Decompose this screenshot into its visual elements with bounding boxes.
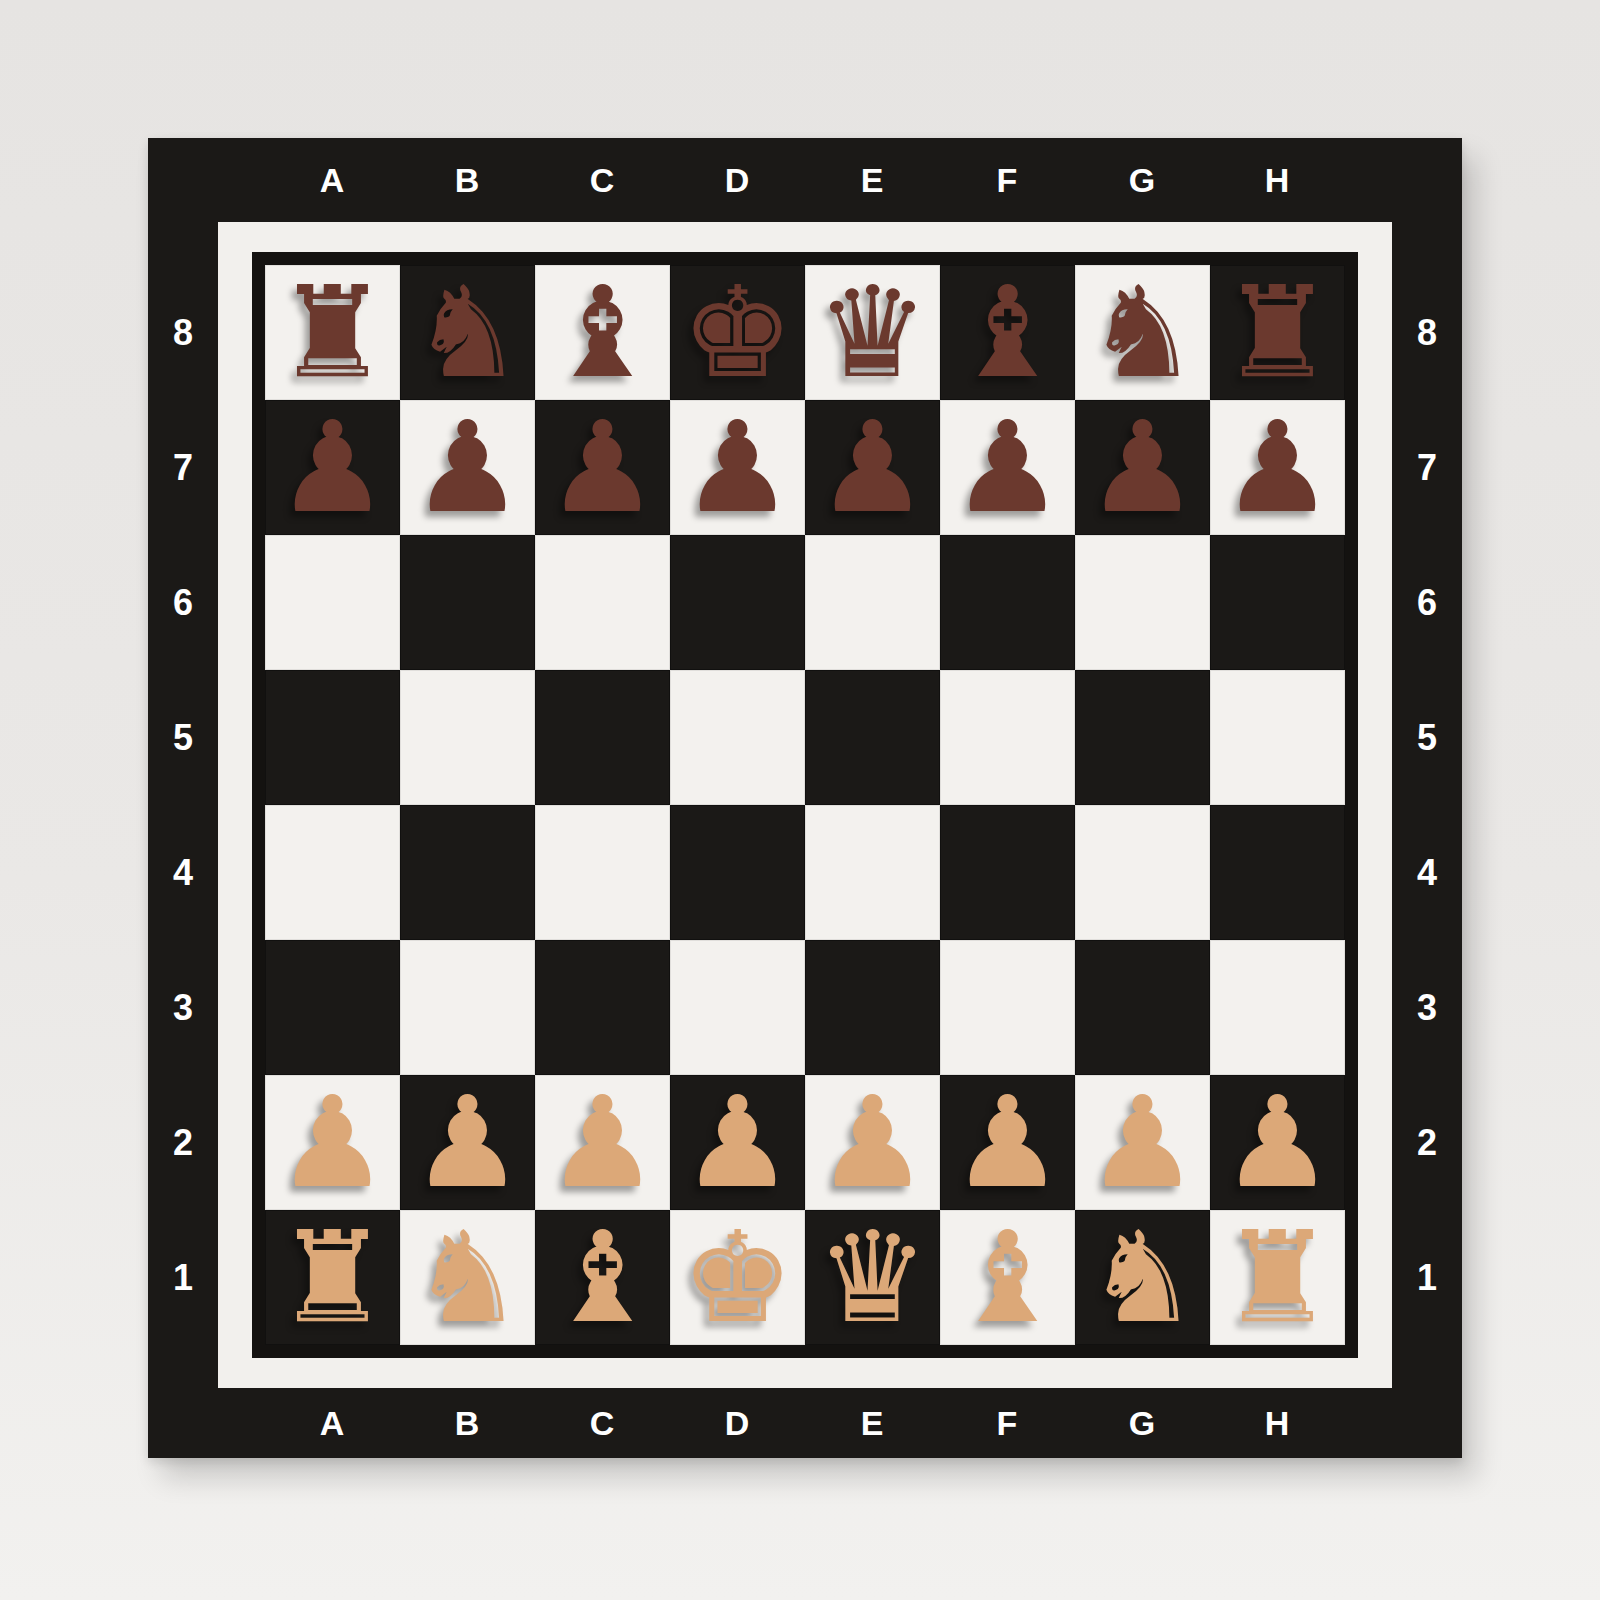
photo-backdrop: ABCDEFGH 87654321 ♜♞♝♚♛♝♞♜♟♟♟♟♟♟♟♟♟♟♟♟♟♟… <box>0 0 1600 1600</box>
square-f4 <box>940 805 1075 940</box>
square-a5 <box>265 670 400 805</box>
square-g6 <box>1075 535 1210 670</box>
white-mat-border: ♜♞♝♚♛♝♞♜♟♟♟♟♟♟♟♟♟♟♟♟♟♟♟♟♜♞♝♚♛♝♞♜ <box>218 222 1392 1388</box>
square-d3 <box>670 940 805 1075</box>
square-a8: ♜ <box>265 265 400 400</box>
black-knight: ♞ <box>411 270 524 396</box>
files-bottom-label-E: E <box>805 1404 940 1443</box>
ranks-right-label-8: 8 <box>1417 265 1437 400</box>
black-pawn: ♟ <box>546 405 659 531</box>
white-pawn: ♟ <box>1221 1080 1334 1206</box>
square-h2: ♟ <box>1210 1075 1345 1210</box>
square-b6 <box>400 535 535 670</box>
files-top-label-B: B <box>400 161 535 200</box>
square-e3 <box>805 940 940 1075</box>
black-bishop: ♝ <box>546 270 659 396</box>
board-grid: ♜♞♝♚♛♝♞♜♟♟♟♟♟♟♟♟♟♟♟♟♟♟♟♟♜♞♝♚♛♝♞♜ <box>252 252 1358 1358</box>
white-pawn: ♟ <box>1086 1080 1199 1206</box>
file-labels-bottom: ABCDEFGH <box>265 1404 1345 1443</box>
bottom-coordinate-band: ABCDEFGH <box>148 1388 1462 1458</box>
black-pawn: ♟ <box>276 405 389 531</box>
files-top-label-D: D <box>670 161 805 200</box>
square-g4 <box>1075 805 1210 940</box>
square-a1: ♜ <box>265 1210 400 1345</box>
square-a6 <box>265 535 400 670</box>
white-pawn: ♟ <box>816 1080 929 1206</box>
square-h3 <box>1210 940 1345 1075</box>
ranks-left-label-5: 5 <box>173 670 193 805</box>
white-pawn: ♟ <box>681 1080 794 1206</box>
square-b1: ♞ <box>400 1210 535 1345</box>
ranks-left-label-8: 8 <box>173 265 193 400</box>
ranks-left-label-2: 2 <box>173 1075 193 1210</box>
square-h4 <box>1210 805 1345 940</box>
square-f2: ♟ <box>940 1075 1075 1210</box>
files-bottom-label-C: C <box>535 1404 670 1443</box>
square-f7: ♟ <box>940 400 1075 535</box>
files-bottom-label-H: H <box>1210 1404 1345 1443</box>
black-pawn: ♟ <box>816 405 929 531</box>
square-b3 <box>400 940 535 1075</box>
square-g8: ♞ <box>1075 265 1210 400</box>
rank-labels-left: 87654321 <box>173 265 193 1345</box>
ranks-left-label-7: 7 <box>173 400 193 535</box>
square-d6 <box>670 535 805 670</box>
files-bottom-label-D: D <box>670 1404 805 1443</box>
white-pawn: ♟ <box>276 1080 389 1206</box>
chessboard: ABCDEFGH 87654321 ♜♞♝♚♛♝♞♜♟♟♟♟♟♟♟♟♟♟♟♟♟♟… <box>148 138 1462 1458</box>
white-bishop: ♝ <box>546 1215 659 1341</box>
white-pawn: ♟ <box>951 1080 1064 1206</box>
ranks-right-label-3: 3 <box>1417 940 1437 1075</box>
ranks-right-label-4: 4 <box>1417 805 1437 940</box>
square-b2: ♟ <box>400 1075 535 1210</box>
square-c8: ♝ <box>535 265 670 400</box>
black-rook: ♜ <box>276 270 389 396</box>
files-top-label-H: H <box>1210 161 1345 200</box>
ranks-left-label-3: 3 <box>173 940 193 1075</box>
square-b7: ♟ <box>400 400 535 535</box>
white-bishop: ♝ <box>951 1215 1064 1341</box>
right-coordinate-band: 87654321 <box>1392 222 1462 1388</box>
ranks-left-label-1: 1 <box>173 1210 193 1345</box>
square-a7: ♟ <box>265 400 400 535</box>
square-a3 <box>265 940 400 1075</box>
square-c6 <box>535 535 670 670</box>
square-d2: ♟ <box>670 1075 805 1210</box>
files-top-label-C: C <box>535 161 670 200</box>
ranks-right-label-1: 1 <box>1417 1210 1437 1345</box>
files-bottom-label-A: A <box>265 1404 400 1443</box>
square-g7: ♟ <box>1075 400 1210 535</box>
files-bottom-label-B: B <box>400 1404 535 1443</box>
black-pawn: ♟ <box>411 405 524 531</box>
white-pawn: ♟ <box>546 1080 659 1206</box>
black-rook: ♜ <box>1221 270 1334 396</box>
black-pawn: ♟ <box>1086 405 1199 531</box>
white-knight: ♞ <box>411 1215 524 1341</box>
square-h1: ♜ <box>1210 1210 1345 1345</box>
square-h7: ♟ <box>1210 400 1345 535</box>
files-top-label-F: F <box>940 161 1075 200</box>
square-c1: ♝ <box>535 1210 670 1345</box>
white-rook: ♜ <box>276 1215 389 1341</box>
square-e2: ♟ <box>805 1075 940 1210</box>
square-f1: ♝ <box>940 1210 1075 1345</box>
ranks-right-label-6: 6 <box>1417 535 1437 670</box>
square-c2: ♟ <box>535 1075 670 1210</box>
ranks-right-label-5: 5 <box>1417 670 1437 805</box>
black-knight: ♞ <box>1086 270 1199 396</box>
black-bishop: ♝ <box>951 270 1064 396</box>
square-c4 <box>535 805 670 940</box>
files-bottom-label-G: G <box>1075 1404 1210 1443</box>
files-top-label-E: E <box>805 161 940 200</box>
black-king: ♚ <box>681 270 794 396</box>
ranks-right-label-7: 7 <box>1417 400 1437 535</box>
black-queen: ♛ <box>816 270 929 396</box>
square-c7: ♟ <box>535 400 670 535</box>
white-king: ♚ <box>681 1215 794 1341</box>
square-f6 <box>940 535 1075 670</box>
black-pawn: ♟ <box>951 405 1064 531</box>
square-h8: ♜ <box>1210 265 1345 400</box>
files-top-label-G: G <box>1075 161 1210 200</box>
white-queen: ♛ <box>816 1215 929 1341</box>
square-c5 <box>535 670 670 805</box>
white-knight: ♞ <box>1086 1215 1199 1341</box>
square-b8: ♞ <box>400 265 535 400</box>
square-e1: ♛ <box>805 1210 940 1345</box>
ranks-left-label-4: 4 <box>173 805 193 940</box>
square-b5 <box>400 670 535 805</box>
ranks-right-label-2: 2 <box>1417 1075 1437 1210</box>
square-g5 <box>1075 670 1210 805</box>
top-coordinate-band: ABCDEFGH <box>148 138 1462 222</box>
left-coordinate-band: 87654321 <box>148 222 218 1388</box>
square-b4 <box>400 805 535 940</box>
square-g2: ♟ <box>1075 1075 1210 1210</box>
square-a2: ♟ <box>265 1075 400 1210</box>
square-e4 <box>805 805 940 940</box>
white-pawn: ♟ <box>411 1080 524 1206</box>
rank-labels-right: 87654321 <box>1417 265 1437 1345</box>
square-g1: ♞ <box>1075 1210 1210 1345</box>
square-e6 <box>805 535 940 670</box>
white-rook: ♜ <box>1221 1215 1334 1341</box>
square-e5 <box>805 670 940 805</box>
file-labels-top: ABCDEFGH <box>265 161 1345 200</box>
ranks-left-label-6: 6 <box>173 535 193 670</box>
square-f8: ♝ <box>940 265 1075 400</box>
files-top-label-A: A <box>265 161 400 200</box>
square-e8: ♛ <box>805 265 940 400</box>
square-h5 <box>1210 670 1345 805</box>
square-d8: ♚ <box>670 265 805 400</box>
files-bottom-label-F: F <box>940 1404 1075 1443</box>
square-h6 <box>1210 535 1345 670</box>
square-d4 <box>670 805 805 940</box>
square-f5 <box>940 670 1075 805</box>
square-d7: ♟ <box>670 400 805 535</box>
square-f3 <box>940 940 1075 1075</box>
square-c3 <box>535 940 670 1075</box>
square-d5 <box>670 670 805 805</box>
black-pawn: ♟ <box>1221 405 1334 531</box>
square-g3 <box>1075 940 1210 1075</box>
square-e7: ♟ <box>805 400 940 535</box>
black-pawn: ♟ <box>681 405 794 531</box>
square-a4 <box>265 805 400 940</box>
square-d1: ♚ <box>670 1210 805 1345</box>
